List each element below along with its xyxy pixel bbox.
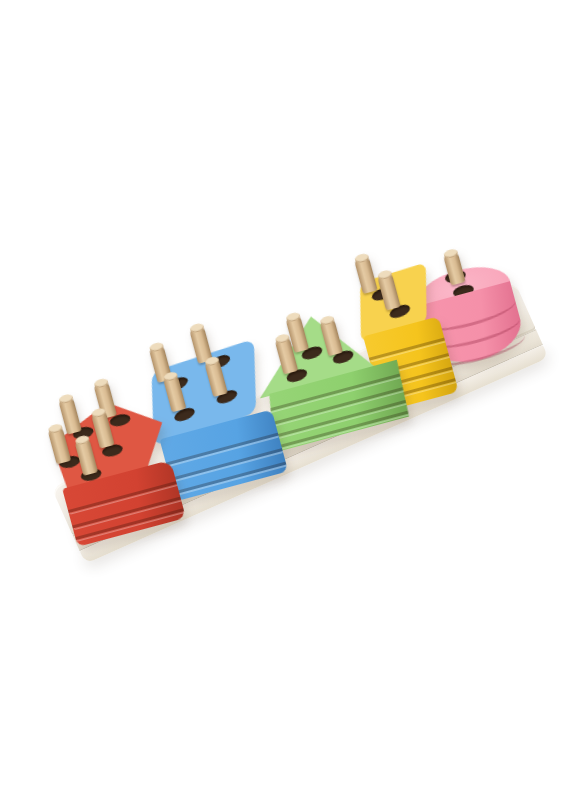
product-photo-scene [0,0,587,800]
layer-groove [68,481,177,513]
